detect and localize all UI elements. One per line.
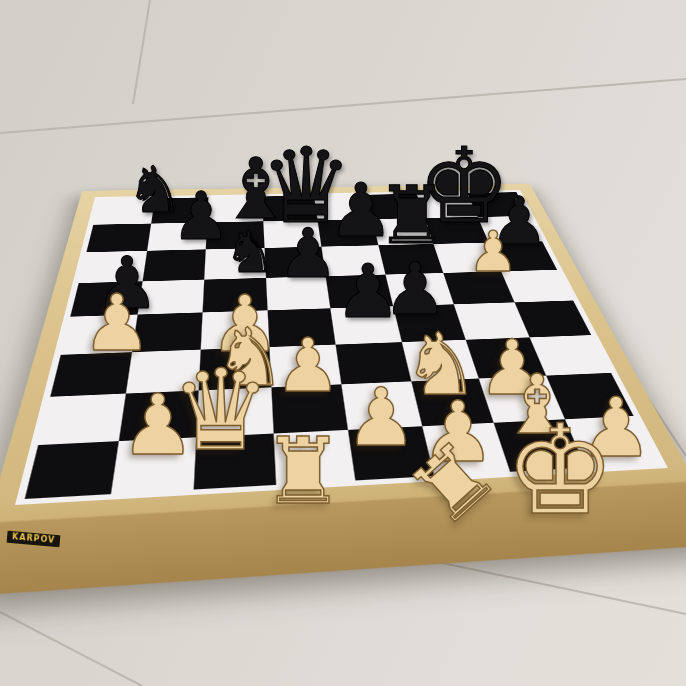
piece-white-rook-d1[interactable]: ♜ <box>262 426 344 518</box>
piece-white-pawn-g6[interactable]: ♟ <box>468 224 518 280</box>
piece-black-rook-f7[interactable]: ♜ <box>376 176 448 256</box>
piece-white-pawn-b2[interactable]: ♟ <box>120 383 195 467</box>
piece-white-king-g1[interactable]: ♚ <box>504 408 615 532</box>
piece-black-pawn-d6[interactable]: ♟ <box>278 220 339 288</box>
floor-grout-line <box>0 612 142 686</box>
floor-grout-line <box>133 0 150 104</box>
piece-black-knight-c6[interactable]: ♞ <box>224 223 276 281</box>
square-a2[interactable] <box>38 394 125 445</box>
piece-white-pawn-a4[interactable]: ♟ <box>82 284 152 362</box>
piece-white-pawn-e2[interactable]: ♟ <box>345 378 417 458</box>
chess-board-photo: KARPOV ♞♝♛♚♟♟♜♟♞♟♟♟♟♟♟♟♞♟♞♟♝♟♛♟♟♟♜♜♚ <box>0 0 686 686</box>
piece-black-pawn-c7[interactable]: ♟ <box>171 184 230 250</box>
square-a1[interactable] <box>25 441 118 499</box>
piece-black-pawn-e5[interactable]: ♟ <box>335 254 401 328</box>
piece-white-pawn-d3[interactable]: ♟ <box>275 328 341 402</box>
floor-grout-line <box>428 560 686 614</box>
